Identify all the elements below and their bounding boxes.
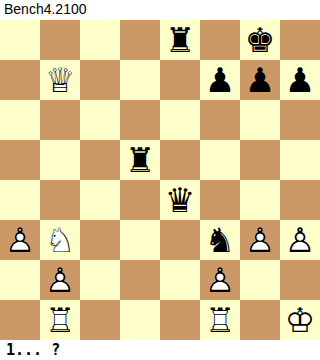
white-piece-outline: ♕ [40,60,80,100]
piece-black-pawn[interactable]: ♟ [240,60,280,100]
square-d5[interactable]: ♜ [120,140,160,180]
white-piece-outline: ♘ [40,220,80,260]
white-piece-outline: ♖ [40,300,80,340]
black-piece-glyph: ♟ [280,60,320,100]
white-piece-outline: ♙ [40,260,80,300]
square-a2[interactable] [0,260,40,300]
square-e1[interactable] [160,300,200,340]
square-g5[interactable] [240,140,280,180]
chess-board: ♜♚♛♕♟♟♟♜♛♟♙♞♘♞♟♙♟♙♟♙♟♙♜♖♜♖♚♔ [0,20,320,340]
square-a4[interactable] [0,180,40,220]
square-b3[interactable]: ♞♘ [40,220,80,260]
square-g7[interactable]: ♟ [240,60,280,100]
black-piece-glyph: ♟ [240,60,280,100]
square-g4[interactable] [240,180,280,220]
square-g3[interactable]: ♟♙ [240,220,280,260]
piece-white-rook[interactable]: ♜♖ [40,300,80,340]
square-e4[interactable]: ♛ [160,180,200,220]
white-piece-outline: ♙ [240,220,280,260]
square-d8[interactable] [120,20,160,60]
square-h2[interactable] [280,260,320,300]
piece-white-pawn[interactable]: ♟♙ [40,260,80,300]
square-e8[interactable]: ♜ [160,20,200,60]
square-f6[interactable] [200,100,240,140]
square-c8[interactable] [80,20,120,60]
square-b7[interactable]: ♛♕ [40,60,80,100]
piece-white-pawn[interactable]: ♟♙ [200,260,240,300]
square-e2[interactable] [160,260,200,300]
square-c7[interactable] [80,60,120,100]
square-g8[interactable]: ♚ [240,20,280,60]
square-a5[interactable] [0,140,40,180]
black-piece-glyph: ♞ [200,220,240,260]
black-piece-glyph: ♛ [160,180,200,220]
square-c4[interactable] [80,180,120,220]
square-h5[interactable] [280,140,320,180]
piece-white-king[interactable]: ♚♔ [280,300,320,340]
piece-white-pawn[interactable]: ♟♙ [0,220,40,260]
black-piece-glyph: ♟ [200,60,240,100]
square-b5[interactable] [40,140,80,180]
piece-black-pawn[interactable]: ♟ [200,60,240,100]
piece-black-rook[interactable]: ♜ [160,20,200,60]
square-f5[interactable] [200,140,240,180]
piece-black-queen[interactable]: ♛ [160,180,200,220]
square-a7[interactable] [0,60,40,100]
square-b2[interactable]: ♟♙ [40,260,80,300]
white-piece-outline: ♙ [280,220,320,260]
square-c6[interactable] [80,100,120,140]
piece-white-pawn[interactable]: ♟♙ [280,220,320,260]
black-piece-glyph: ♜ [120,140,160,180]
square-b8[interactable] [40,20,80,60]
square-c2[interactable] [80,260,120,300]
black-piece-glyph: ♜ [160,20,200,60]
square-g2[interactable] [240,260,280,300]
square-g6[interactable] [240,100,280,140]
square-h7[interactable]: ♟ [280,60,320,100]
black-piece-glyph: ♚ [240,20,280,60]
square-h1[interactable]: ♚♔ [280,300,320,340]
square-f1[interactable]: ♜♖ [200,300,240,340]
diagram-title: Bench4.2100 [0,0,320,20]
piece-white-rook[interactable]: ♜♖ [200,300,240,340]
white-piece-outline: ♙ [200,260,240,300]
square-h8[interactable] [280,20,320,60]
square-d3[interactable] [120,220,160,260]
square-a6[interactable] [0,100,40,140]
square-d6[interactable] [120,100,160,140]
square-f4[interactable] [200,180,240,220]
piece-black-pawn[interactable]: ♟ [280,60,320,100]
white-piece-outline: ♔ [280,300,320,340]
white-piece-outline: ♙ [0,220,40,260]
square-a8[interactable] [0,20,40,60]
piece-black-rook[interactable]: ♜ [120,140,160,180]
square-e6[interactable] [160,100,200,140]
square-b6[interactable] [40,100,80,140]
square-d4[interactable] [120,180,160,220]
piece-black-king[interactable]: ♚ [240,20,280,60]
white-piece-outline: ♖ [200,300,240,340]
square-d2[interactable] [120,260,160,300]
square-h6[interactable] [280,100,320,140]
move-prompt: 1... ? [0,340,320,360]
square-a1[interactable] [0,300,40,340]
square-h4[interactable] [280,180,320,220]
square-f3[interactable]: ♞ [200,220,240,260]
piece-black-knight[interactable]: ♞ [200,220,240,260]
square-e5[interactable] [160,140,200,180]
square-c3[interactable] [80,220,120,260]
square-b1[interactable]: ♜♖ [40,300,80,340]
square-e3[interactable] [160,220,200,260]
square-b4[interactable] [40,180,80,220]
piece-white-queen[interactable]: ♛♕ [40,60,80,100]
piece-white-knight[interactable]: ♞♘ [40,220,80,260]
square-f2[interactable]: ♟♙ [200,260,240,300]
square-f8[interactable] [200,20,240,60]
square-a3[interactable]: ♟♙ [0,220,40,260]
square-d1[interactable] [120,300,160,340]
piece-white-pawn[interactable]: ♟♙ [240,220,280,260]
chess-diagram-window: Bench4.2100 ♜♚♛♕♟♟♟♜♛♟♙♞♘♞♟♙♟♙♟♙♟♙♜♖♜♖♚♔… [0,0,320,360]
square-h3[interactable]: ♟♙ [280,220,320,260]
square-c1[interactable] [80,300,120,340]
square-d7[interactable] [120,60,160,100]
square-c5[interactable] [80,140,120,180]
square-f7[interactable]: ♟ [200,60,240,100]
square-e7[interactable] [160,60,200,100]
square-g1[interactable] [240,300,280,340]
